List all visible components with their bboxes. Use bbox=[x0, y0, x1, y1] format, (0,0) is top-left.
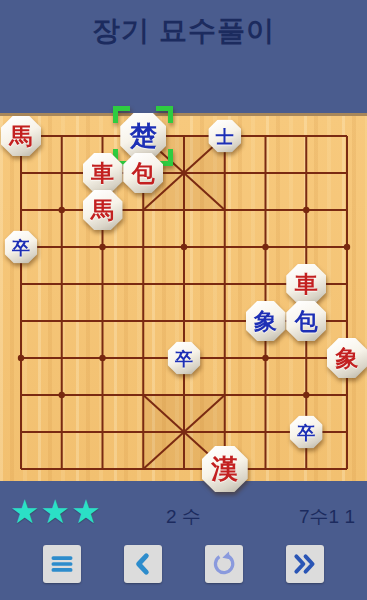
piece-glyph: 車 bbox=[91, 162, 114, 185]
piece-cho-soldier[interactable]: 卒 bbox=[168, 342, 201, 375]
piece-glyph: 車 bbox=[295, 273, 318, 296]
piece-cho-cannon[interactable]: 包 bbox=[286, 301, 326, 341]
menu-button[interactable] bbox=[43, 545, 81, 583]
piece-glyph: 包 bbox=[295, 310, 318, 333]
hamburger-icon bbox=[49, 551, 75, 577]
back-button[interactable] bbox=[124, 545, 162, 583]
piece-glyph: 漢 bbox=[211, 456, 238, 483]
progress-label: 7수1 1 bbox=[299, 504, 355, 530]
piece-han-general[interactable]: 漢 bbox=[202, 446, 248, 492]
piece-glyph: 卒 bbox=[175, 349, 193, 367]
forward-button[interactable] bbox=[286, 545, 324, 583]
piece-han-horse[interactable]: 馬 bbox=[83, 190, 123, 230]
piece-glyph: 卒 bbox=[297, 423, 315, 441]
janggi-board[interactable]: 馬楚士車包馬卒車象包卒象卒漢 bbox=[0, 113, 367, 481]
header: 장기 묘수풀이 bbox=[0, 0, 367, 113]
piece-cho-guard[interactable]: 士 bbox=[208, 120, 241, 153]
piece-glyph: 象 bbox=[336, 347, 359, 370]
piece-han-chariot[interactable]: 車 bbox=[83, 153, 123, 193]
piece-cho-soldier[interactable]: 卒 bbox=[5, 231, 38, 264]
app-screen: 장기 묘수풀이 bbox=[0, 0, 367, 600]
piece-glyph: 士 bbox=[216, 127, 234, 145]
piece-han-horse[interactable]: 馬 bbox=[1, 116, 41, 156]
double-chevron-right-icon bbox=[292, 551, 318, 577]
piece-glyph: 包 bbox=[132, 162, 155, 185]
piece-cho-elephant[interactable]: 象 bbox=[246, 301, 286, 341]
reset-icon bbox=[211, 551, 237, 577]
pieces-layer: 馬楚士車包馬卒車象包卒象卒漢 bbox=[0, 116, 367, 481]
chevron-left-icon bbox=[130, 551, 156, 577]
piece-glyph: 卒 bbox=[12, 238, 30, 256]
piece-glyph: 馬 bbox=[91, 199, 114, 222]
piece-cho-soldier[interactable]: 卒 bbox=[290, 416, 323, 449]
app-title: 장기 묘수풀이 bbox=[0, 12, 367, 50]
piece-han-elephant[interactable]: 象 bbox=[327, 338, 367, 378]
reset-button[interactable] bbox=[205, 545, 243, 583]
piece-glyph: 馬 bbox=[10, 125, 33, 148]
piece-han-chariot[interactable]: 車 bbox=[286, 264, 326, 304]
piece-glyph: 象 bbox=[254, 310, 277, 333]
piece-han-cannon[interactable]: 包 bbox=[123, 153, 163, 193]
toolbar bbox=[0, 545, 367, 583]
